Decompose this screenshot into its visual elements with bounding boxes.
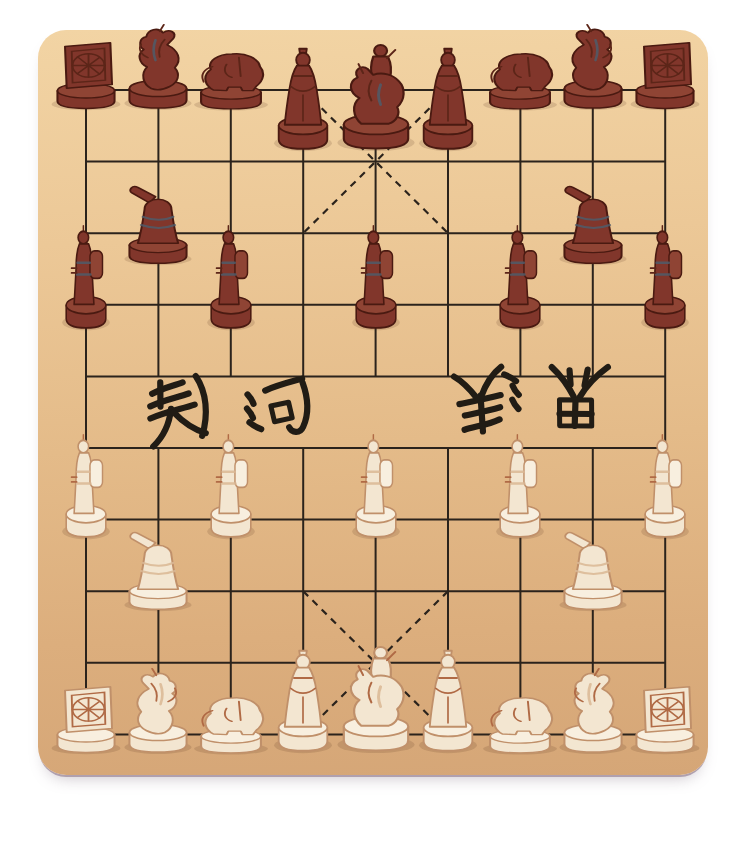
elephant-glyph [194, 54, 268, 111]
elephant-glyph [483, 54, 557, 111]
elephant-glyph [194, 698, 268, 755]
advisor-robed-figure-glyph [274, 49, 332, 151]
piece-red-soldier[interactable] [53, 225, 119, 335]
piece-red-chariot[interactable] [44, 28, 128, 114]
pieces-layer [38, 30, 708, 775]
piece-white-chariot[interactable] [623, 672, 707, 758]
horse-glyph [559, 25, 626, 110]
cannon-glyph [125, 533, 192, 612]
horse-glyph [559, 669, 626, 754]
piece-red-soldier[interactable] [198, 225, 264, 335]
soldier-warrior-glyph [207, 434, 255, 539]
chariot-cart-glyph [52, 687, 121, 755]
piece-red-cannon[interactable] [551, 181, 635, 269]
elephant-glyph [483, 698, 557, 755]
soldier-warrior-glyph [352, 226, 400, 330]
product-photo-stage: 楚河 漢界 [0, 0, 750, 844]
piece-white-elephant[interactable] [187, 678, 275, 758]
cannon-glyph [559, 533, 626, 612]
piece-white-soldier[interactable] [487, 434, 553, 544]
piece-red-horse[interactable] [551, 20, 635, 114]
general-mounted-rider-glyph [337, 647, 414, 753]
horse-glyph [125, 25, 192, 110]
horse-glyph [125, 669, 192, 754]
piece-white-horse[interactable] [551, 664, 635, 758]
piece-white-soldier[interactable] [198, 434, 264, 544]
piece-white-cannon[interactable] [116, 527, 200, 615]
advisor-robed-figure-glyph [274, 651, 332, 753]
general-mounted-rider-glyph [337, 45, 414, 151]
piece-red-general[interactable] [330, 40, 422, 156]
xiangqi-board [38, 30, 708, 775]
piece-white-soldier[interactable] [632, 434, 698, 544]
piece-red-elephant[interactable] [187, 34, 275, 114]
piece-white-chariot[interactable] [44, 672, 128, 758]
piece-red-advisor[interactable] [410, 44, 486, 156]
cannon-glyph [559, 187, 626, 266]
piece-white-advisor[interactable] [410, 646, 486, 758]
advisor-robed-figure-glyph [419, 49, 477, 151]
soldier-warrior-glyph [641, 434, 689, 539]
piece-red-soldier[interactable] [632, 225, 698, 335]
piece-white-soldier[interactable] [343, 434, 409, 544]
chariot-cart-glyph [631, 43, 700, 111]
soldier-warrior-glyph [497, 226, 545, 330]
piece-red-cannon[interactable] [116, 181, 200, 269]
soldier-warrior-glyph [497, 434, 545, 539]
chariot-cart-glyph [52, 43, 121, 111]
soldier-warrior-glyph [62, 226, 110, 330]
piece-red-chariot[interactable] [623, 28, 707, 114]
cannon-glyph [125, 187, 192, 266]
piece-red-soldier[interactable] [343, 225, 409, 335]
soldier-warrior-glyph [207, 226, 255, 330]
soldier-warrior-glyph [352, 434, 400, 539]
soldier-warrior-glyph [62, 434, 110, 539]
piece-white-general[interactable] [330, 642, 422, 758]
piece-white-soldier[interactable] [53, 434, 119, 544]
chariot-cart-glyph [631, 687, 700, 755]
piece-white-cannon[interactable] [551, 527, 635, 615]
piece-red-soldier[interactable] [487, 225, 553, 335]
soldier-warrior-glyph [641, 226, 689, 330]
advisor-robed-figure-glyph [419, 651, 477, 753]
